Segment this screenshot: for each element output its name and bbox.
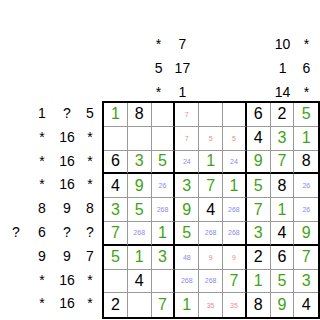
cell-r3c9[interactable]: 8 xyxy=(294,151,318,175)
cell-r2c8[interactable]: 3 xyxy=(271,127,295,151)
cell-r5c5[interactable]: 4 xyxy=(199,198,223,222)
cell-r5c1[interactable]: 3 xyxy=(104,198,128,222)
cell-r4c8[interactable]: 8 xyxy=(271,174,295,198)
left-clue-row5-pos3: 9 xyxy=(55,196,79,220)
left-clue-row9-pos4: * xyxy=(78,291,102,315)
cell-r8c7[interactable]: 1 xyxy=(247,270,271,294)
cell-r5c2[interactable]: 5 xyxy=(128,198,152,222)
cell-r7c4[interactable]: 48 xyxy=(175,246,199,270)
left-clue-row1-pos2: 1 xyxy=(30,101,54,125)
left-clue-row6-pos2: 6 xyxy=(30,220,54,244)
cell-r6c9[interactable]: 9 xyxy=(294,222,318,246)
left-clue-row9-pos2: * xyxy=(30,291,54,315)
cell-r5c7[interactable]: 7 xyxy=(247,198,271,222)
cell-r8c4[interactable]: 268 xyxy=(175,270,199,294)
cell-r1c2[interactable]: 8 xyxy=(128,103,152,127)
cell-r1c6[interactable] xyxy=(223,103,247,127)
cell-r3c4[interactable]: 24 xyxy=(175,151,199,175)
cell-r3c3[interactable]: 5 xyxy=(152,151,176,175)
cell-r2c9[interactable]: 1 xyxy=(294,127,318,151)
top-clue-row1-col9: * xyxy=(294,32,318,56)
top-clue-row2-col4: 17 xyxy=(170,56,194,80)
cell-r8c2[interactable]: 4 xyxy=(128,270,152,294)
cell-r2c7[interactable]: 4 xyxy=(247,127,271,151)
cell-r8c1[interactable] xyxy=(104,270,128,294)
cell-r6c6[interactable]: 268 xyxy=(223,222,247,246)
left-clue-row3-pos2: * xyxy=(30,149,54,173)
cell-r9c5[interactable]: 35 xyxy=(199,293,223,317)
cell-r8c6[interactable]: 7 xyxy=(223,270,247,294)
left-clue-row2-pos3: 16 xyxy=(55,125,79,149)
cell-r5c6[interactable]: 268 xyxy=(223,198,247,222)
cell-r7c7[interactable]: 2 xyxy=(247,246,271,270)
cell-r2c2[interactable] xyxy=(128,127,152,151)
cell-r4c6[interactable]: 1 xyxy=(223,174,247,198)
cell-r1c1[interactable]: 1 xyxy=(104,103,128,127)
cell-r8c3[interactable] xyxy=(152,270,176,294)
cell-r3c6[interactable]: 24 xyxy=(223,151,247,175)
cell-r2c4[interactable]: 7 xyxy=(175,127,199,151)
cell-r7c3[interactable]: 3 xyxy=(152,246,176,270)
left-clue-row2-pos4: * xyxy=(78,125,102,149)
cell-r1c9[interactable]: 5 xyxy=(294,103,318,127)
cell-r1c8[interactable]: 2 xyxy=(271,103,295,127)
left-clue-row7-pos2: 9 xyxy=(30,244,54,268)
cell-r5c9[interactable]: 26 xyxy=(294,198,318,222)
cell-r6c8[interactable]: 4 xyxy=(271,222,295,246)
cell-r9c8[interactable]: 9 xyxy=(271,293,295,317)
cell-r4c4[interactable]: 3 xyxy=(175,174,199,198)
left-clue-row4-pos4: * xyxy=(78,172,102,196)
cell-r7c1[interactable]: 5 xyxy=(104,246,128,270)
left-clue-row5-pos4: 8 xyxy=(78,196,102,220)
cell-r1c5[interactable] xyxy=(199,103,223,127)
left-clue-row1-pos4: 5 xyxy=(78,101,102,125)
cell-r9c7[interactable]: 8 xyxy=(247,293,271,317)
left-clue-row6-pos3: ? xyxy=(55,220,79,244)
left-clue-row4-pos3: 16 xyxy=(55,172,79,196)
left-clue-row8-pos3: 16 xyxy=(55,268,79,292)
cell-r1c3[interactable] xyxy=(152,103,176,127)
left-clue-row4-pos2: * xyxy=(30,172,54,196)
top-clue-row2-col9: 6 xyxy=(294,56,318,80)
top-clue-row2-col3: 5 xyxy=(147,56,171,80)
cell-r7c6[interactable]: 9 xyxy=(223,246,247,270)
cell-r5c3[interactable]: 268 xyxy=(152,198,176,222)
cell-r2c5[interactable]: 5 xyxy=(199,127,223,151)
cell-r6c3[interactable]: 1 xyxy=(152,222,176,246)
cell-r5c8[interactable]: 1 xyxy=(271,198,295,222)
cell-r9c1[interactable]: 2 xyxy=(104,293,128,317)
cell-r8c8[interactable]: 5 xyxy=(271,270,295,294)
left-clue-row7-pos4: 7 xyxy=(78,244,102,268)
cell-r8c5[interactable]: 268 xyxy=(199,270,223,294)
cell-r3c1[interactable]: 6 xyxy=(104,151,128,175)
cell-r9c9[interactable]: 4 xyxy=(294,293,318,317)
top-clue-row1-col8: 10 xyxy=(271,32,295,56)
top-clue-row1-col3: * xyxy=(147,32,171,56)
left-clue-row5-pos2: 8 xyxy=(30,196,54,220)
left-clue-row8-pos2: * xyxy=(30,268,54,292)
cell-r6c4[interactable]: 5 xyxy=(175,222,199,246)
left-clue-row8-pos4: * xyxy=(78,268,102,292)
left-clue-row2-pos2: * xyxy=(30,125,54,149)
cell-r3c8[interactable]: 7 xyxy=(271,151,295,175)
cell-r6c2[interactable]: 268 xyxy=(128,222,152,246)
cell-r3c2[interactable]: 3 xyxy=(128,151,152,175)
cell-r6c5[interactable]: 268 xyxy=(199,222,223,246)
cell-r9c4[interactable]: 1 xyxy=(175,293,199,317)
cell-r3c7[interactable]: 9 xyxy=(247,151,271,175)
cell-r7c8[interactable]: 6 xyxy=(271,246,295,270)
left-clue-row7-pos3: 9 xyxy=(55,244,79,268)
cell-r9c6[interactable]: 35 xyxy=(223,293,247,317)
cell-r7c9[interactable]: 7 xyxy=(294,246,318,270)
sudoku-puzzle-screen: *710*51716*114* 1?5*16**16**16*898?6??99… xyxy=(0,0,320,320)
cell-r6c1[interactable]: 7 xyxy=(104,222,128,246)
cell-r7c5[interactable]: 9 xyxy=(199,246,223,270)
cell-r4c1[interactable]: 4 xyxy=(104,174,128,198)
cell-r9c2[interactable] xyxy=(128,293,152,317)
top-clue-row2-col8: 1 xyxy=(271,56,295,80)
left-clue-row9-pos3: 16 xyxy=(55,291,79,315)
cell-r3c5[interactable]: 1 xyxy=(199,151,223,175)
cell-r2c3[interactable] xyxy=(152,127,176,151)
cell-r1c4[interactable]: 7 xyxy=(175,103,199,127)
left-clue-row3-pos3: 16 xyxy=(55,149,79,173)
top-clue-row1-col4: 7 xyxy=(170,32,194,56)
cell-r4c5[interactable]: 7 xyxy=(199,174,223,198)
cell-r5c4[interactable]: 9 xyxy=(175,198,199,222)
cell-r4c9[interactable]: 26 xyxy=(294,174,318,198)
cell-r1c7[interactable]: 6 xyxy=(247,103,271,127)
left-clue-row6-pos4: ? xyxy=(78,220,102,244)
cell-r4c7[interactable]: 5 xyxy=(247,174,271,198)
left-clue-row3-pos4: * xyxy=(78,149,102,173)
left-clue-row1-pos3: ? xyxy=(55,101,79,125)
cell-r4c3[interactable]: 26 xyxy=(152,174,176,198)
cell-r6c7[interactable]: 3 xyxy=(247,222,271,246)
cell-r2c1[interactable] xyxy=(104,127,128,151)
cell-r2c6[interactable]: 5 xyxy=(223,127,247,151)
cell-r8c9[interactable]: 3 xyxy=(294,270,318,294)
sudoku-board: 1876257554316352412497849263715826352689… xyxy=(102,101,320,319)
cell-r7c2[interactable]: 1 xyxy=(128,246,152,270)
cell-r4c2[interactable]: 9 xyxy=(128,174,152,198)
left-clue-row6-pos1: ? xyxy=(4,220,28,244)
cell-r9c3[interactable]: 7 xyxy=(152,293,176,317)
